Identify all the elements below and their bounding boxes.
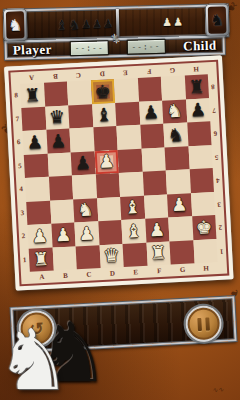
square-h4[interactable] <box>189 168 214 193</box>
ui-panel: ♞ ♝♞♟♟♟ ♟♟ ♞ ⚜ Player --:-- ⚜ --:-- Chil… <box>0 0 240 400</box>
black-player-emblem: ♞ <box>205 3 230 37</box>
square-a1[interactable]: ♜ <box>29 247 54 272</box>
square-b7[interactable]: ♛ <box>45 105 70 130</box>
black-clock-display: --:-- <box>126 39 165 55</box>
piece-black-bishop[interactable]: ♝ <box>95 106 112 125</box>
square-g4[interactable] <box>166 169 191 194</box>
white-player-emblem: ♞ <box>3 8 28 42</box>
square-b2[interactable]: ♟ <box>51 222 76 247</box>
square-b6[interactable]: ♟ <box>46 129 71 154</box>
captured-pawn-icon: ♟ <box>103 18 113 29</box>
square-d8[interactable]: ♚ <box>90 79 115 104</box>
coordinate-label: 1 <box>216 238 226 262</box>
square-c8[interactable] <box>67 80 92 105</box>
square-g6[interactable]: ♞ <box>163 122 188 147</box>
signature-flourish: ∿∿ <box>212 386 224 395</box>
square-g3[interactable]: ♟ <box>167 193 192 218</box>
square-g1[interactable] <box>169 240 194 265</box>
coordinate-label: 3 <box>214 191 224 215</box>
piece-white-pawn[interactable]: ♟ <box>78 224 95 243</box>
white-knight-icon: ♞ <box>8 17 23 33</box>
piece-black-pawn[interactable]: ♟ <box>26 133 43 152</box>
coordinate-label: A <box>30 271 54 284</box>
coordinate-label: H <box>194 262 218 275</box>
square-b8[interactable] <box>44 82 69 107</box>
square-h3[interactable] <box>190 192 215 217</box>
captured-pawn-icon: ♟ <box>173 16 183 27</box>
square-a2[interactable]: ♟ <box>27 224 52 249</box>
captured-bishop-icon: ♝ <box>56 18 68 31</box>
undo-button[interactable]: ↺ <box>18 310 56 348</box>
square-a3[interactable] <box>26 200 51 225</box>
square-d6[interactable] <box>93 126 118 151</box>
piece-white-queen[interactable]: ♛ <box>103 246 120 265</box>
piece-white-knight[interactable]: ♞ <box>77 201 94 220</box>
captured-pawn-icon: ♟ <box>162 16 172 27</box>
square-f8[interactable] <box>137 77 162 102</box>
square-g5[interactable] <box>165 146 190 171</box>
square-g7[interactable]: ♞ <box>162 99 187 124</box>
pause-icon <box>197 317 210 331</box>
square-d3[interactable] <box>97 196 122 221</box>
chess-app-screen: ❧ ❧ ❧ ♞ ♝♞♟♟♟ ♟♟ ♞ ⚜ Player --:-- ⚜ --:-… <box>0 0 240 400</box>
square-c5[interactable]: ♟ <box>71 151 96 176</box>
black-player-name: Child <box>183 37 217 54</box>
board-card: ABCDEFGH 87654321 ♜♚♜♛♝♟♞♟♟♟♞♟♟♞♝♟♟♟♟♝♟♚… <box>4 55 233 290</box>
piece-white-bishop[interactable]: ♝ <box>125 222 142 241</box>
square-h6[interactable] <box>187 121 212 146</box>
coordinate-label: D <box>100 267 124 280</box>
square-b5[interactable] <box>47 152 72 177</box>
piece-black-king[interactable]: ♚ <box>94 82 111 101</box>
piece-white-knight[interactable]: ♞ <box>166 102 183 121</box>
piece-white-pawn[interactable]: ♟ <box>98 152 115 171</box>
square-e6[interactable] <box>116 125 141 150</box>
white-player-name: Player <box>13 41 52 58</box>
square-e1[interactable] <box>123 242 148 267</box>
square-d2[interactable] <box>98 220 123 245</box>
square-g8[interactable] <box>161 75 186 100</box>
square-h1[interactable] <box>193 239 218 264</box>
square-g2[interactable] <box>168 216 193 241</box>
captured-pawn-icon: ♟ <box>92 18 102 29</box>
coordinate-label: 2 <box>215 215 225 239</box>
square-f2[interactable]: ♟ <box>145 218 170 243</box>
square-e3[interactable]: ♝ <box>120 195 145 220</box>
captured-pawn-icon: ♟ <box>81 18 91 29</box>
coordinate-label: 8 <box>208 74 218 98</box>
coordinate-label: C <box>77 268 101 281</box>
coordinate-label: 4 <box>213 168 223 192</box>
piece-black-rook[interactable]: ♜ <box>24 86 41 105</box>
piece-white-bishop[interactable]: ♝ <box>124 198 141 217</box>
square-b1[interactable] <box>52 246 77 271</box>
square-b4[interactable] <box>48 175 73 200</box>
square-c2[interactable]: ♟ <box>74 221 99 246</box>
piece-white-pawn[interactable]: ♟ <box>31 227 48 246</box>
square-d5[interactable]: ♟ <box>94 150 119 175</box>
piece-black-pawn[interactable]: ♟ <box>189 101 206 120</box>
square-a7[interactable] <box>21 106 46 131</box>
square-h7[interactable]: ♟ <box>186 98 211 123</box>
square-e2[interactable]: ♝ <box>121 219 146 244</box>
square-c6[interactable] <box>69 127 94 152</box>
coordinate-label: B <box>53 269 77 282</box>
square-a5[interactable] <box>24 153 49 178</box>
square-b3[interactable] <box>50 199 75 224</box>
piece-white-pawn[interactable]: ♟ <box>171 196 188 215</box>
square-h5[interactable] <box>188 145 213 170</box>
piece-black-queen[interactable]: ♛ <box>49 108 66 127</box>
square-c7[interactable] <box>68 104 93 129</box>
piece-black-pawn[interactable]: ♟ <box>50 131 67 150</box>
square-f1[interactable]: ♜ <box>146 241 171 266</box>
square-f3[interactable] <box>144 194 169 219</box>
undo-icon: ↺ <box>29 320 44 338</box>
piece-white-pawn[interactable]: ♟ <box>149 220 166 239</box>
coordinate-label: 5 <box>211 144 221 168</box>
square-f6[interactable] <box>140 124 165 149</box>
square-h8[interactable]: ♜ <box>184 74 209 99</box>
square-h2[interactable]: ♚ <box>192 215 217 240</box>
square-c3[interactable]: ♞ <box>73 198 98 223</box>
coordinate-label: 7 <box>209 97 219 121</box>
square-f5[interactable] <box>141 147 166 172</box>
square-a4[interactable] <box>25 177 50 202</box>
piece-black-knight[interactable]: ♞ <box>167 125 184 144</box>
fleur-ornament-icon: ⚜ <box>110 33 118 42</box>
captured-knight-icon: ♞ <box>68 17 80 30</box>
square-d1[interactable]: ♛ <box>99 243 124 268</box>
board-frame: ABCDEFGH 87654321 ♜♚♜♛♝♟♞♟♟♟♞♟♟♞♝♟♟♟♟♝♟♚… <box>8 60 229 287</box>
black-knight-icon: ♞ <box>210 12 225 28</box>
piece-white-king[interactable]: ♚ <box>196 218 213 237</box>
square-e5[interactable] <box>118 148 143 173</box>
piece-black-rook[interactable]: ♜ <box>188 77 205 96</box>
piece-white-pawn[interactable]: ♟ <box>55 225 72 244</box>
square-e7[interactable] <box>115 101 140 126</box>
coordinate-label: E <box>124 266 148 279</box>
coordinate-label: F <box>147 264 171 277</box>
piece-black-pawn[interactable]: ♟ <box>142 103 159 122</box>
coordinate-label: 6 <box>210 121 220 145</box>
pause-button[interactable] <box>185 305 223 343</box>
board-grid: ♜♚♜♛♝♟♞♟♟♟♞♟♟♞♝♟♟♟♟♝♟♚♜♛♜ <box>20 74 218 272</box>
control-bar: ↺ <box>11 296 237 353</box>
square-e8[interactable] <box>114 78 139 103</box>
square-f7[interactable]: ♟ <box>139 100 164 125</box>
square-d7[interactable]: ♝ <box>92 103 117 128</box>
square-d4[interactable] <box>95 173 120 198</box>
piece-white-rook[interactable]: ♜ <box>32 250 49 269</box>
piece-white-rook[interactable]: ♜ <box>150 244 167 263</box>
square-a6[interactable]: ♟ <box>22 130 47 155</box>
square-a8[interactable]: ♜ <box>20 83 45 108</box>
white-clock-display: --:-- <box>69 40 108 56</box>
square-c4[interactable] <box>72 174 97 199</box>
square-f4[interactable] <box>142 171 167 196</box>
piece-black-pawn[interactable]: ♟ <box>74 154 91 173</box>
coordinate-label: G <box>171 263 195 276</box>
square-e4[interactable] <box>119 172 144 197</box>
square-c1[interactable] <box>76 245 101 270</box>
